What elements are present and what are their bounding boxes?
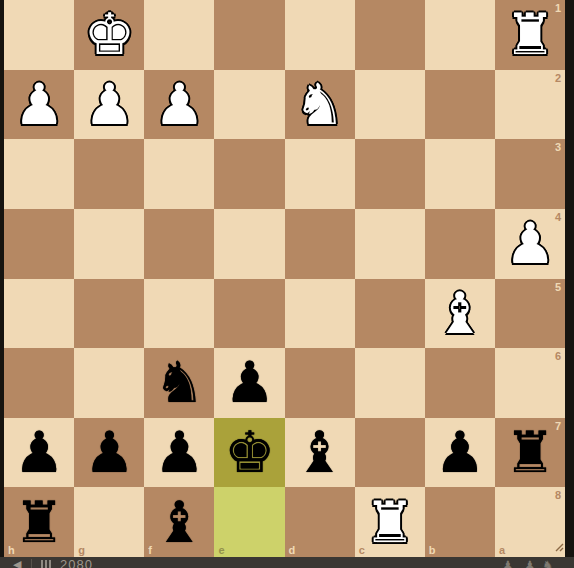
black-knight-piece[interactable]: ♞	[154, 354, 205, 411]
square-f8[interactable]: f♝	[144, 487, 214, 557]
square-e8[interactable]: e	[214, 487, 284, 557]
bar-divider	[31, 559, 32, 568]
square-d6[interactable]	[285, 348, 355, 418]
square-f5[interactable]	[144, 279, 214, 349]
square-c6[interactable]	[355, 348, 425, 418]
rank-label-5: 5	[555, 281, 561, 293]
white-rook-piece[interactable]: ♜	[504, 6, 555, 63]
black-bishop-piece[interactable]: ♝	[154, 494, 205, 551]
chess-board: ♚1♜♟♟♟♞234♟♝5♞♟6♟♟♟♚♝♟7♜h♜gf♝edc♜b8a	[4, 0, 565, 557]
square-c5[interactable]	[355, 279, 425, 349]
square-f2[interactable]: ♟	[144, 70, 214, 140]
rank-label-3: 3	[555, 141, 561, 153]
square-h2[interactable]: ♟	[4, 70, 74, 140]
square-c2[interactable]	[355, 70, 425, 140]
black-rook-piece[interactable]: ♜	[504, 424, 555, 481]
black-pawn-piece[interactable]: ♟	[224, 354, 275, 411]
square-a6[interactable]: 6	[495, 348, 565, 418]
white-king-piece[interactable]: ♚	[84, 6, 135, 63]
black-rook-piece[interactable]: ♜	[14, 494, 65, 551]
rank-label-2: 2	[555, 72, 561, 84]
signal-bars-icon	[49, 560, 51, 568]
rating-number: 2080	[60, 558, 93, 568]
square-b7[interactable]: ♟	[425, 418, 495, 488]
square-d3[interactable]	[285, 139, 355, 209]
square-b2[interactable]	[425, 70, 495, 140]
square-f7[interactable]: ♟	[144, 418, 214, 488]
square-g6[interactable]	[74, 348, 144, 418]
captured-piece-icon: ♟	[524, 559, 536, 568]
square-h3[interactable]	[4, 139, 74, 209]
square-h5[interactable]	[4, 279, 74, 349]
square-b5[interactable]: ♝	[425, 279, 495, 349]
file-label-f: f	[148, 544, 152, 556]
signal-bars-icon	[41, 560, 43, 568]
square-d8[interactable]: d	[285, 487, 355, 557]
square-e2[interactable]	[214, 70, 284, 140]
square-d4[interactable]	[285, 209, 355, 279]
square-e7[interactable]: ♚	[214, 418, 284, 488]
square-c1[interactable]	[355, 0, 425, 70]
square-g7[interactable]: ♟	[74, 418, 144, 488]
board-resize-handle-icon[interactable]	[553, 538, 564, 556]
square-a1[interactable]: 1♜	[495, 0, 565, 70]
square-g1[interactable]: ♚	[74, 0, 144, 70]
square-e6[interactable]: ♟	[214, 348, 284, 418]
square-g3[interactable]	[74, 139, 144, 209]
square-h4[interactable]	[4, 209, 74, 279]
file-label-d: d	[289, 544, 296, 556]
square-d7[interactable]: ♝	[285, 418, 355, 488]
square-c7[interactable]	[355, 418, 425, 488]
square-a7[interactable]: 7♜	[495, 418, 565, 488]
file-label-e: e	[218, 544, 224, 556]
square-c8[interactable]: c♜	[355, 487, 425, 557]
square-d2[interactable]: ♞	[285, 70, 355, 140]
file-label-c: c	[359, 544, 365, 556]
square-e4[interactable]	[214, 209, 284, 279]
file-label-a: a	[499, 544, 505, 556]
white-pawn-piece[interactable]: ♟	[14, 76, 65, 133]
file-label-g: g	[78, 544, 85, 556]
back-arrow-icon[interactable]: ◀	[13, 559, 21, 568]
file-label-b: b	[429, 544, 436, 556]
square-f4[interactable]	[144, 209, 214, 279]
file-label-h: h	[8, 544, 15, 556]
signal-bars-icon	[45, 560, 47, 568]
square-f1[interactable]	[144, 0, 214, 70]
square-a2[interactable]: 2	[495, 70, 565, 140]
chess-app-window: ♚1♜♟♟♟♞234♟♝5♞♟6♟♟♟♚♝♟7♜h♜gf♝edc♜b8a ◀ 2…	[0, 0, 574, 568]
square-d1[interactable]	[285, 0, 355, 70]
captured-piece-icon: ♟	[502, 559, 514, 568]
white-bishop-piece[interactable]: ♝	[434, 285, 485, 342]
square-a5[interactable]: 5	[495, 279, 565, 349]
square-f3[interactable]	[144, 139, 214, 209]
square-b6[interactable]	[425, 348, 495, 418]
rank-label-6: 6	[555, 350, 561, 362]
square-a3[interactable]: 3	[495, 139, 565, 209]
square-f6[interactable]: ♞	[144, 348, 214, 418]
captured-piece-icon: ♞	[542, 559, 554, 568]
white-knight-piece[interactable]: ♞	[294, 76, 345, 133]
bottom-bar: ◀ 2080 ♟ ♟ ♞	[0, 557, 574, 568]
square-d5[interactable]	[285, 279, 355, 349]
rank-label-1: 1	[555, 2, 561, 14]
rank-label-4: 4	[555, 211, 561, 223]
square-b1[interactable]	[425, 0, 495, 70]
square-g8[interactable]: g	[74, 487, 144, 557]
black-king-piece[interactable]: ♚	[224, 424, 275, 481]
black-bishop-piece[interactable]: ♝	[294, 424, 345, 481]
square-b3[interactable]	[425, 139, 495, 209]
square-h7[interactable]: ♟	[4, 418, 74, 488]
white-pawn-piece[interactable]: ♟	[84, 76, 135, 133]
white-pawn-piece[interactable]: ♟	[504, 215, 555, 272]
square-b8[interactable]: b	[425, 487, 495, 557]
rank-label-8: 8	[555, 489, 561, 501]
square-g2[interactable]: ♟	[74, 70, 144, 140]
white-rook-piece[interactable]: ♜	[364, 494, 415, 551]
square-g4[interactable]	[74, 209, 144, 279]
square-e5[interactable]	[214, 279, 284, 349]
square-a4[interactable]: 4♟	[495, 209, 565, 279]
black-pawn-piece[interactable]: ♟	[14, 424, 65, 481]
black-pawn-piece[interactable]: ♟	[154, 424, 205, 481]
square-h6[interactable]	[4, 348, 74, 418]
square-e3[interactable]	[214, 139, 284, 209]
square-e1[interactable]	[214, 0, 284, 70]
square-c3[interactable]	[355, 139, 425, 209]
square-h1[interactable]	[4, 0, 74, 70]
square-b4[interactable]	[425, 209, 495, 279]
square-a8[interactable]: 8a	[495, 487, 565, 557]
square-g5[interactable]	[74, 279, 144, 349]
white-pawn-piece[interactable]: ♟	[154, 76, 205, 133]
rank-label-7: 7	[555, 420, 561, 432]
black-pawn-piece[interactable]: ♟	[434, 424, 485, 481]
square-h8[interactable]: h♜	[4, 487, 74, 557]
black-pawn-piece[interactable]: ♟	[84, 424, 135, 481]
square-c4[interactable]	[355, 209, 425, 279]
